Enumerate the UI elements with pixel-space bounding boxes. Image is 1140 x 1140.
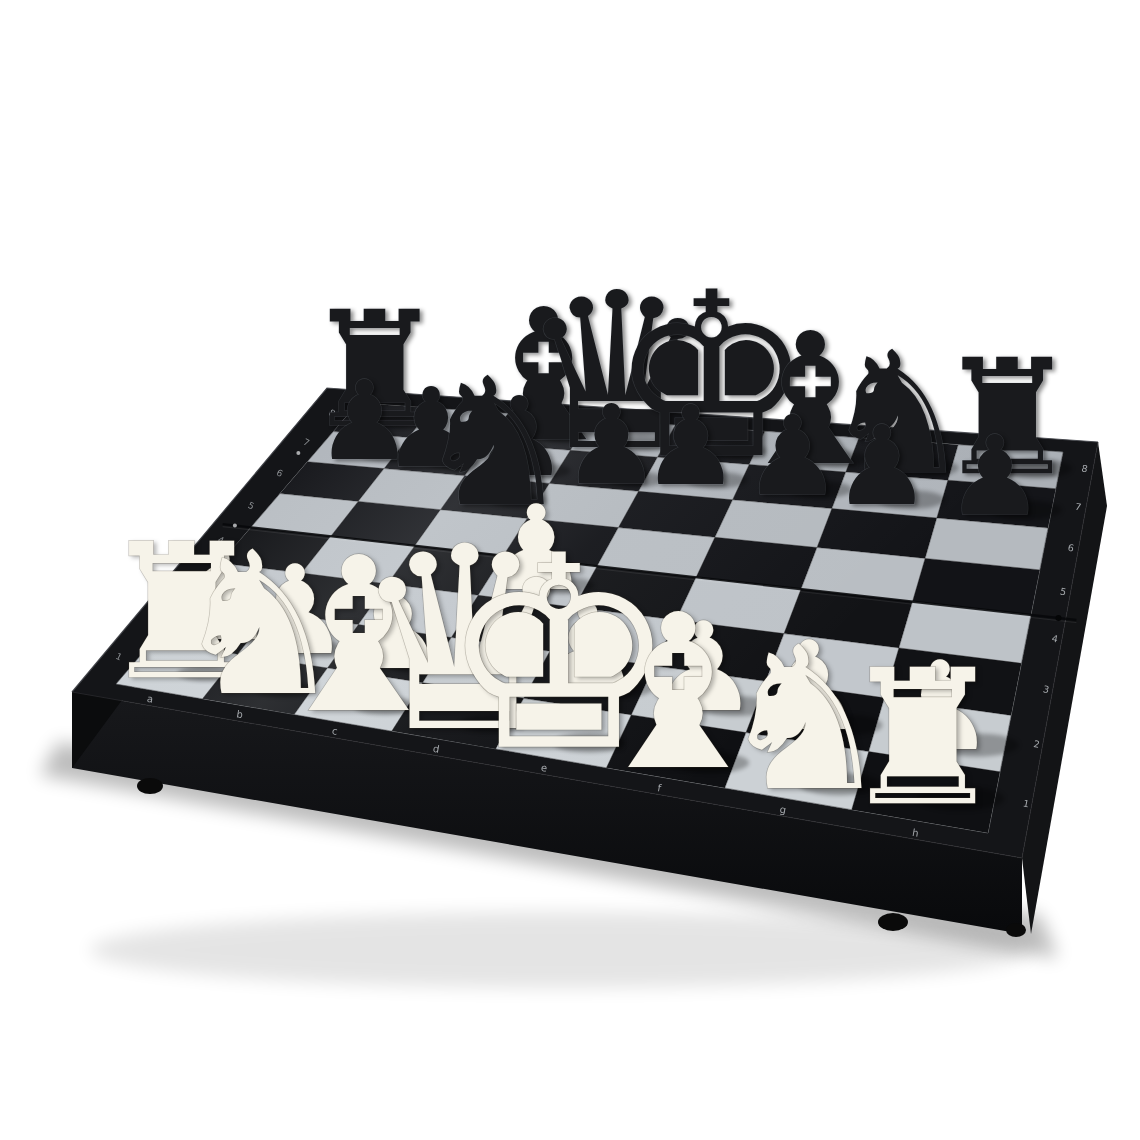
chess-board-scene: aabbccddeeffgghh1122334455667788 ♜♝♛♚♝♞♜… [0,0,1140,1140]
piece-white-rook-h1[interactable]: ♜ [839,629,1007,847]
piece-black-pawn-f7[interactable]: ♟ [743,392,841,520]
piece-black-pawn-h7[interactable]: ♟ [946,412,1044,540]
product-photo-chess-set: aabbccddeeffgghh1122334455667788 ♜♝♛♚♝♞♜… [0,0,1140,1140]
piece-black-pawn-g7[interactable]: ♟ [833,402,931,530]
hinge-icon [1056,615,1062,621]
piece-black-pawn-e7[interactable]: ♟ [642,382,740,510]
frame-stud-icon [296,451,300,455]
